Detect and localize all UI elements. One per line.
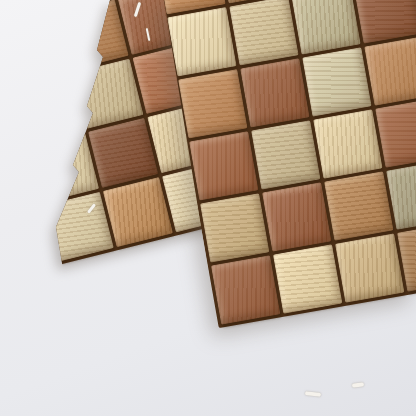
wood-tile-dark-red-brown — [262, 182, 332, 252]
wood-tile-caramel-striped — [324, 171, 394, 241]
top-panel — [0, 0, 416, 416]
wood-tile-red-brown — [240, 58, 310, 128]
wood-tile-pale-striped-birch — [251, 120, 321, 190]
wood-tile-medium-oak — [364, 36, 416, 106]
wood-tile-light-tan — [200, 193, 270, 263]
wood-tile-red-brown — [189, 131, 259, 201]
wood-tile-medium-oak — [178, 69, 248, 139]
wood-tile-dark-red-brown — [353, 0, 416, 44]
wood-tile-red-brown — [211, 255, 281, 325]
wood-tile-red-brown — [375, 98, 416, 168]
wood-tile-pale-striped-birch — [229, 0, 299, 66]
top-panel-shadow — [0, 0, 416, 416]
wood-tile-light-tan — [335, 233, 405, 303]
wood-tile-sage-gray-green — [291, 0, 361, 55]
photo-scene — [0, 0, 416, 416]
wood-tile-pale-striped-birch — [313, 109, 383, 179]
top-panel-grid — [131, 0, 416, 328]
wood-tile-pale-striped-birch — [273, 244, 343, 314]
wood-tile-pale-cream-birch — [167, 7, 237, 77]
wood-tile-pale-gray-khaki — [302, 47, 372, 117]
